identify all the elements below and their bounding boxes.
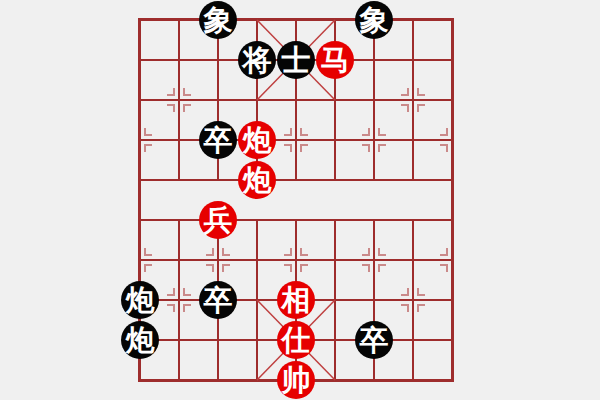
point-marker [401,88,409,96]
point-marker [401,288,409,296]
piece-black-cannon[interactable]: 炮 [121,281,159,319]
point-marker [206,248,214,256]
point-marker [206,264,214,272]
point-marker [401,304,409,312]
piece-black-elephant[interactable]: 象 [199,1,237,39]
piece-red-king[interactable]: 帅 [277,361,315,399]
xiangqi-board[interactable]: 象象将士马卒炮炮兵炮卒相炮仕卒帅 [0,0,600,400]
piece-red-horse[interactable]: 马 [316,41,354,79]
point-marker [401,104,409,112]
point-marker [378,128,386,136]
piece-red-elephant[interactable]: 相 [277,281,315,319]
point-marker [417,288,425,296]
piece-black-pawn[interactable]: 卒 [199,121,237,159]
point-marker [440,144,448,152]
point-marker [300,264,308,272]
point-marker [362,248,370,256]
point-marker [284,264,292,272]
point-marker [167,304,175,312]
point-marker [183,104,191,112]
piece-red-cannon[interactable]: 炮 [238,161,276,199]
point-marker [362,264,370,272]
point-marker [440,248,448,256]
point-marker [300,144,308,152]
point-marker [167,288,175,296]
point-marker [362,128,370,136]
point-marker [222,248,230,256]
point-marker [284,144,292,152]
point-marker [417,304,425,312]
piece-red-cannon[interactable]: 炮 [238,121,276,159]
point-marker [284,248,292,256]
piece-black-pawn[interactable]: 卒 [199,281,237,319]
point-marker [144,264,152,272]
point-marker [300,128,308,136]
point-marker [440,264,448,272]
point-marker [167,104,175,112]
point-marker [144,144,152,152]
point-marker [300,248,308,256]
xiangqi-screenshot: 象象将士马卒炮炮兵炮卒相炮仕卒帅 [0,0,600,400]
piece-red-pawn[interactable]: 兵 [199,201,237,239]
point-marker [362,144,370,152]
point-marker [144,248,152,256]
piece-black-cannon[interactable]: 炮 [121,321,159,359]
point-marker [417,88,425,96]
point-marker [167,88,175,96]
point-marker [183,288,191,296]
point-marker [417,104,425,112]
point-marker [222,264,230,272]
point-marker [183,88,191,96]
point-marker [183,304,191,312]
point-marker [378,264,386,272]
piece-black-king[interactable]: 将 [238,41,276,79]
piece-black-advisor[interactable]: 士 [277,41,315,79]
piece-red-advisor[interactable]: 仕 [277,321,315,359]
point-marker [144,128,152,136]
piece-black-pawn[interactable]: 卒 [355,321,393,359]
piece-black-elephant[interactable]: 象 [355,1,393,39]
point-marker [284,128,292,136]
point-marker [378,248,386,256]
point-marker [440,128,448,136]
point-marker [378,144,386,152]
